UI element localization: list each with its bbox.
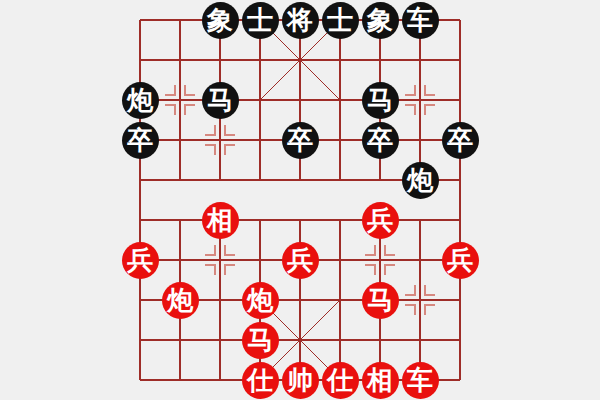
black-elephant-glyph: 象 xyxy=(362,2,399,39)
piece-red-advisor[interactable]: 仕 xyxy=(320,360,360,400)
piece-red-cannon[interactable]: 炮 xyxy=(240,280,280,320)
piece-black-general[interactable]: 将 xyxy=(280,0,320,40)
piece-red-advisor[interactable]: 仕 xyxy=(240,360,280,400)
piece-red-soldier[interactable]: 兵 xyxy=(120,240,160,280)
piece-black-chariot[interactable]: 车 xyxy=(400,0,440,40)
red-horse-glyph: 马 xyxy=(242,322,279,359)
black-soldier-glyph: 卒 xyxy=(282,122,319,159)
piece-red-elephant[interactable]: 相 xyxy=(200,200,240,240)
piece-black-soldier[interactable]: 卒 xyxy=(280,120,320,160)
piece-black-horse[interactable]: 马 xyxy=(200,80,240,120)
black-horse-glyph: 马 xyxy=(362,82,399,119)
piece-black-soldier[interactable]: 卒 xyxy=(120,120,160,160)
piece-red-horse[interactable]: 马 xyxy=(360,280,400,320)
black-cannon-glyph: 炮 xyxy=(122,82,159,119)
red-cannon-glyph: 炮 xyxy=(242,282,279,319)
red-elephant-glyph: 相 xyxy=(202,202,239,239)
black-general-glyph: 将 xyxy=(282,2,319,39)
pieces-layer: 象士将士象车炮马马卒卒卒卒炮相兵兵兵兵炮炮马马仕帅仕相车 xyxy=(120,0,480,400)
black-soldier-glyph: 卒 xyxy=(442,122,479,159)
red-soldier-glyph: 兵 xyxy=(122,242,159,279)
piece-red-soldier[interactable]: 兵 xyxy=(360,200,400,240)
red-cannon-glyph: 炮 xyxy=(162,282,199,319)
black-soldier-glyph: 卒 xyxy=(362,122,399,159)
piece-black-advisor[interactable]: 士 xyxy=(320,0,360,40)
black-horse-glyph: 马 xyxy=(202,82,239,119)
black-advisor-glyph: 士 xyxy=(322,2,359,39)
piece-black-cannon[interactable]: 炮 xyxy=(120,80,160,120)
black-advisor-glyph: 士 xyxy=(242,2,279,39)
red-advisor-glyph: 仕 xyxy=(322,362,359,399)
red-chariot-glyph: 车 xyxy=(402,362,439,399)
piece-black-horse[interactable]: 马 xyxy=(360,80,400,120)
piece-red-cannon[interactable]: 炮 xyxy=(160,280,200,320)
black-cannon-glyph: 炮 xyxy=(402,162,439,199)
piece-red-soldier[interactable]: 兵 xyxy=(440,240,480,280)
piece-black-soldier[interactable]: 卒 xyxy=(360,120,400,160)
red-advisor-glyph: 仕 xyxy=(242,362,279,399)
piece-red-elephant[interactable]: 相 xyxy=(360,360,400,400)
piece-red-general[interactable]: 帅 xyxy=(280,360,320,400)
red-horse-glyph: 马 xyxy=(362,282,399,319)
red-general-glyph: 帅 xyxy=(282,362,319,399)
piece-black-soldier[interactable]: 卒 xyxy=(440,120,480,160)
piece-red-soldier[interactable]: 兵 xyxy=(280,240,320,280)
red-elephant-glyph: 相 xyxy=(362,362,399,399)
piece-black-advisor[interactable]: 士 xyxy=(240,0,280,40)
red-soldier-glyph: 兵 xyxy=(362,202,399,239)
screen: 象士将士象车炮马马卒卒卒卒炮相兵兵兵兵炮炮马马仕帅仕相车 xyxy=(0,0,600,400)
piece-red-chariot[interactable]: 车 xyxy=(400,360,440,400)
piece-red-horse[interactable]: 马 xyxy=(240,320,280,360)
black-elephant-glyph: 象 xyxy=(202,2,239,39)
red-soldier-glyph: 兵 xyxy=(442,242,479,279)
xiangqi-board: 象士将士象车炮马马卒卒卒卒炮相兵兵兵兵炮炮马马仕帅仕相车 xyxy=(0,0,600,400)
black-soldier-glyph: 卒 xyxy=(122,122,159,159)
piece-black-elephant[interactable]: 象 xyxy=(360,0,400,40)
piece-black-elephant[interactable]: 象 xyxy=(200,0,240,40)
piece-black-cannon[interactable]: 炮 xyxy=(400,160,440,200)
red-soldier-glyph: 兵 xyxy=(282,242,319,279)
black-chariot-glyph: 车 xyxy=(402,2,439,39)
